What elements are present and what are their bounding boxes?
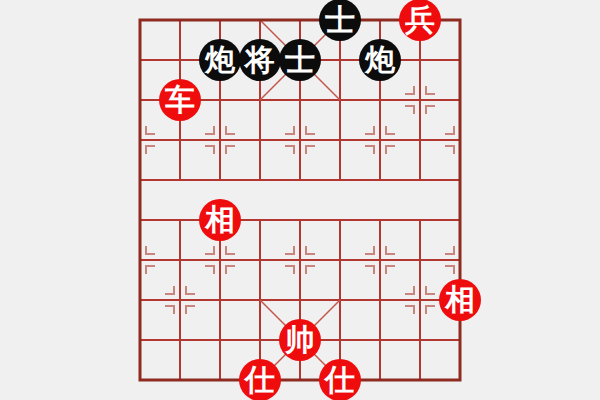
piece-red-soldier[interactable]: 兵 bbox=[399, 0, 441, 41]
board-point-2-5: 相 bbox=[200, 200, 240, 240]
piece-red-chariot[interactable]: 车 bbox=[159, 79, 201, 121]
piece-red-elephant[interactable]: 相 bbox=[199, 199, 241, 241]
piece-black-cannon[interactable]: 炮 bbox=[199, 39, 241, 81]
xiangqi-board: 士兵炮将士炮车相相帅仕仕 bbox=[120, 0, 480, 400]
board-point-4-1: 士 bbox=[280, 40, 320, 80]
board-point-5-9: 仕 bbox=[320, 360, 360, 400]
board-point-3-1: 将 bbox=[240, 40, 280, 80]
board-point-6-1: 炮 bbox=[360, 40, 400, 80]
piece-red-advisor[interactable]: 仕 bbox=[239, 359, 281, 400]
xiangqi-app-canvas: 士兵炮将士炮车相相帅仕仕 bbox=[0, 0, 600, 400]
piece-black-cannon[interactable]: 炮 bbox=[359, 39, 401, 81]
board-point-1-2: 车 bbox=[160, 80, 200, 120]
board-point-8-7: 相 bbox=[440, 280, 480, 320]
piece-red-elephant[interactable]: 相 bbox=[439, 279, 481, 321]
piece-black-advisor[interactable]: 士 bbox=[319, 0, 361, 41]
board-point-2-1: 炮 bbox=[200, 40, 240, 80]
board-point-5-0: 士 bbox=[320, 0, 360, 40]
pieces-layer: 士兵炮将士炮车相相帅仕仕 bbox=[120, 0, 480, 400]
board-point-7-0: 兵 bbox=[400, 0, 440, 40]
board-point-3-9: 仕 bbox=[240, 360, 280, 400]
board-point-4-8: 帅 bbox=[280, 320, 320, 360]
piece-black-advisor[interactable]: 士 bbox=[279, 39, 321, 81]
piece-red-advisor[interactable]: 仕 bbox=[319, 359, 361, 400]
piece-red-general[interactable]: 帅 bbox=[279, 319, 321, 361]
piece-black-general[interactable]: 将 bbox=[239, 39, 281, 81]
